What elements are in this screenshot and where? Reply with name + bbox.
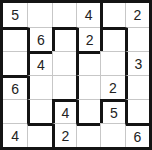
cell-r6c6[interactable]: 6 bbox=[125, 123, 149, 147]
cell-r5c2[interactable] bbox=[27, 99, 51, 123]
cell-r6c4[interactable] bbox=[76, 123, 100, 147]
puzzle-board: 54262436245426 bbox=[0, 0, 152, 150]
cell-r4c2[interactable] bbox=[27, 75, 51, 99]
given-digit: 4 bbox=[61, 106, 69, 120]
given-digit: 2 bbox=[133, 8, 141, 22]
cell-r2c1[interactable] bbox=[3, 27, 27, 51]
cell-r2c5[interactable] bbox=[100, 27, 124, 51]
cell-r1c5[interactable] bbox=[100, 3, 124, 27]
cell-r2c2[interactable]: 6 bbox=[27, 27, 51, 51]
given-digit: 6 bbox=[11, 82, 19, 96]
given-digit: 2 bbox=[61, 129, 69, 143]
page: 54262436245426 bbox=[0, 0, 152, 150]
given-digit: 3 bbox=[134, 57, 142, 71]
cell-r3c6[interactable]: 3 bbox=[125, 51, 149, 75]
cell-r1c2[interactable] bbox=[27, 3, 51, 27]
cell-r3c1[interactable] bbox=[3, 51, 27, 75]
given-digit: 4 bbox=[11, 129, 19, 143]
given-digit: 6 bbox=[37, 33, 45, 47]
cell-r5c5[interactable]: 5 bbox=[100, 99, 124, 123]
cell-r5c4[interactable] bbox=[76, 99, 100, 123]
cell-r4c3[interactable] bbox=[52, 75, 76, 99]
cell-r3c3[interactable] bbox=[52, 51, 76, 75]
cell-r2c6[interactable] bbox=[125, 27, 149, 51]
cell-r6c5[interactable] bbox=[100, 123, 124, 147]
cell-r1c4[interactable]: 4 bbox=[76, 3, 100, 27]
cell-r3c4[interactable] bbox=[76, 51, 100, 75]
cell-r2c4[interactable]: 2 bbox=[76, 27, 100, 51]
cell-r6c3[interactable]: 2 bbox=[52, 123, 76, 147]
cell-r5c6[interactable] bbox=[125, 99, 149, 123]
cell-r6c1[interactable]: 4 bbox=[3, 123, 27, 147]
cell-r4c5[interactable]: 2 bbox=[100, 75, 124, 99]
cell-r3c5[interactable] bbox=[100, 51, 124, 75]
cell-r4c1[interactable]: 6 bbox=[3, 75, 27, 99]
given-digit: 5 bbox=[11, 8, 19, 22]
cell-r4c4[interactable] bbox=[76, 75, 100, 99]
cell-r1c3[interactable] bbox=[52, 3, 76, 27]
given-digit: 4 bbox=[37, 58, 45, 72]
given-digit: 6 bbox=[133, 130, 141, 144]
cell-r1c6[interactable]: 2 bbox=[125, 3, 149, 27]
cell-r4c6[interactable] bbox=[125, 75, 149, 99]
given-digit: 5 bbox=[110, 106, 118, 120]
cell-r5c3[interactable]: 4 bbox=[52, 99, 76, 123]
given-digit: 4 bbox=[85, 8, 93, 22]
cell-r6c2[interactable] bbox=[27, 123, 51, 147]
cell-r2c3[interactable] bbox=[52, 27, 76, 51]
cell-r5c1[interactable] bbox=[3, 99, 27, 123]
given-digit: 2 bbox=[86, 33, 94, 47]
given-digit: 2 bbox=[109, 81, 117, 95]
cell-r3c2[interactable]: 4 bbox=[27, 51, 51, 75]
cell-r1c1[interactable]: 5 bbox=[3, 3, 27, 27]
